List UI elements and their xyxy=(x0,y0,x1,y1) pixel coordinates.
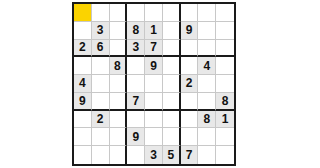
cell-r4c3[interactable]: 8 xyxy=(110,57,128,75)
cell-r6c1[interactable]: 9 xyxy=(74,93,92,111)
cell-r7c1[interactable] xyxy=(74,111,92,129)
cell-r4c6[interactable] xyxy=(163,57,181,75)
cell-r1c4[interactable] xyxy=(127,4,145,22)
cell-r5c3[interactable] xyxy=(110,75,128,93)
cell-r2c9[interactable] xyxy=(216,22,234,40)
cell-r2c2[interactable]: 3 xyxy=(92,22,110,40)
cell-r1c3[interactable] xyxy=(110,4,128,22)
cell-r2c4[interactable]: 8 xyxy=(127,22,145,40)
cell-r4c5[interactable]: 9 xyxy=(145,57,163,75)
cell-r4c9[interactable] xyxy=(216,57,234,75)
cell-r5c1[interactable]: 4 xyxy=(74,75,92,93)
cell-r8c5[interactable] xyxy=(145,128,163,146)
cell-r2c8[interactable] xyxy=(198,22,216,40)
cell-r3c5[interactable]: 7 xyxy=(145,40,163,58)
cell-r1c1[interactable] xyxy=(74,4,92,22)
cell-r3c7[interactable] xyxy=(181,40,199,58)
cell-r8c9[interactable] xyxy=(216,128,234,146)
cell-r5c8[interactable] xyxy=(198,75,216,93)
cell-r3c6[interactable] xyxy=(163,40,181,58)
cell-r7c2[interactable]: 2 xyxy=(92,111,110,129)
cell-r2c6[interactable] xyxy=(163,22,181,40)
cell-r1c6[interactable] xyxy=(163,4,181,22)
cell-r6c8[interactable] xyxy=(198,93,216,111)
cell-r4c4[interactable] xyxy=(127,57,145,75)
cell-r9c9[interactable] xyxy=(216,146,234,164)
cell-r6c3[interactable] xyxy=(110,93,128,111)
cell-r1c7[interactable] xyxy=(181,4,199,22)
cell-r5c5[interactable] xyxy=(145,75,163,93)
cell-r8c2[interactable] xyxy=(92,128,110,146)
cell-r2c7[interactable]: 9 xyxy=(181,22,199,40)
cell-r8c3[interactable] xyxy=(110,128,128,146)
cell-r3c1[interactable]: 2 xyxy=(74,40,92,58)
cell-r1c5[interactable] xyxy=(145,4,163,22)
cell-r6c9[interactable]: 8 xyxy=(216,93,234,111)
cell-r4c1[interactable] xyxy=(74,57,92,75)
cell-r3c9[interactable] xyxy=(216,40,234,58)
cell-r8c1[interactable] xyxy=(74,128,92,146)
cell-r1c9[interactable] xyxy=(216,4,234,22)
cell-r9c8[interactable] xyxy=(198,146,216,164)
cell-r2c1[interactable] xyxy=(74,22,92,40)
cell-r3c3[interactable] xyxy=(110,40,128,58)
cell-r5c6[interactable] xyxy=(163,75,181,93)
cell-r1c2[interactable] xyxy=(92,4,110,22)
cell-r4c7[interactable] xyxy=(181,57,199,75)
cell-r9c5[interactable]: 3 xyxy=(145,146,163,164)
cell-r1c8[interactable] xyxy=(198,4,216,22)
cell-r7c9[interactable]: 1 xyxy=(216,111,234,129)
cell-r8c4[interactable]: 9 xyxy=(127,128,145,146)
cell-r7c8[interactable]: 8 xyxy=(198,111,216,129)
sudoku-board: 38192637894429782819357 xyxy=(72,2,236,166)
cell-r9c4[interactable] xyxy=(127,146,145,164)
cell-r7c3[interactable] xyxy=(110,111,128,129)
cell-r9c2[interactable] xyxy=(92,146,110,164)
cell-r8c7[interactable] xyxy=(181,128,199,146)
cell-r8c6[interactable] xyxy=(163,128,181,146)
cell-r7c7[interactable] xyxy=(181,111,199,129)
cell-r6c6[interactable] xyxy=(163,93,181,111)
cell-r5c2[interactable] xyxy=(92,75,110,93)
cell-r9c7[interactable]: 7 xyxy=(181,146,199,164)
cell-r6c2[interactable] xyxy=(92,93,110,111)
cell-r8c8[interactable] xyxy=(198,128,216,146)
cell-r3c8[interactable] xyxy=(198,40,216,58)
cell-r5c7[interactable]: 2 xyxy=(181,75,199,93)
cell-r7c4[interactable] xyxy=(127,111,145,129)
cell-r4c8[interactable]: 4 xyxy=(198,57,216,75)
cell-r7c5[interactable] xyxy=(145,111,163,129)
cell-r9c3[interactable] xyxy=(110,146,128,164)
cell-r6c7[interactable] xyxy=(181,93,199,111)
cell-r4c2[interactable] xyxy=(92,57,110,75)
cell-r7c6[interactable] xyxy=(163,111,181,129)
cell-r9c1[interactable] xyxy=(74,146,92,164)
cell-r2c3[interactable] xyxy=(110,22,128,40)
cell-r2c5[interactable]: 1 xyxy=(145,22,163,40)
cell-r6c5[interactable] xyxy=(145,93,163,111)
cell-r5c9[interactable] xyxy=(216,75,234,93)
cell-r6c4[interactable]: 7 xyxy=(127,93,145,111)
cell-r3c4[interactable]: 3 xyxy=(127,40,145,58)
cell-r5c4[interactable] xyxy=(127,75,145,93)
cell-r3c2[interactable]: 6 xyxy=(92,40,110,58)
cell-r9c6[interactable]: 5 xyxy=(163,146,181,164)
